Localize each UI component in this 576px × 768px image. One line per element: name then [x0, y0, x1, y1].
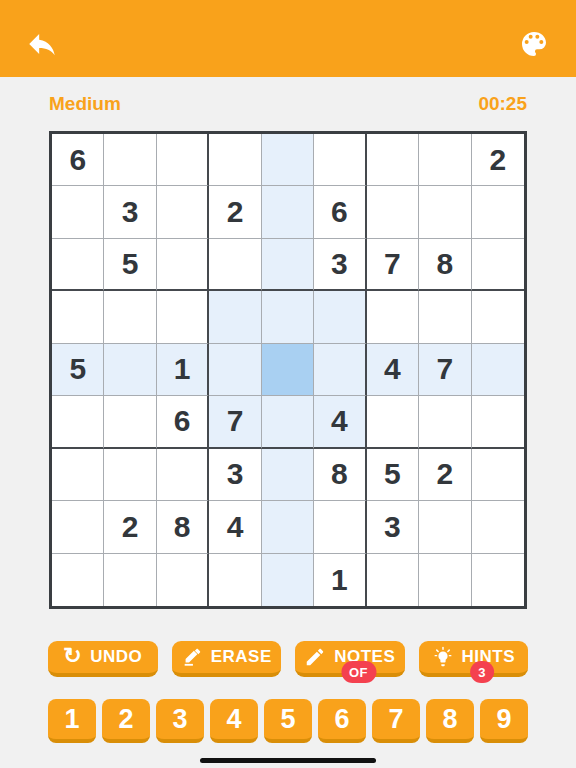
digit-button-8[interactable]: 8	[426, 699, 474, 743]
digit-button-9[interactable]: 9	[480, 699, 528, 743]
cell-r5c3[interactable]: 1	[157, 344, 209, 396]
cell-r5c6[interactable]	[314, 344, 366, 396]
notes-badge: OF	[341, 661, 376, 683]
cell-r5c9[interactable]	[472, 344, 524, 396]
cell-r6c9[interactable]	[472, 396, 524, 448]
erase-icon	[181, 646, 203, 668]
cell-r6c5[interactable]	[262, 396, 314, 448]
cell-r2c6[interactable]: 6	[314, 186, 366, 238]
cell-r7c9[interactable]	[472, 449, 524, 501]
cell-r9c6[interactable]: 1	[314, 554, 366, 606]
cell-r1c3[interactable]	[157, 134, 209, 186]
theme-button[interactable]	[514, 24, 554, 64]
cell-r9c3[interactable]	[157, 554, 209, 606]
cell-r8c3[interactable]: 8	[157, 501, 209, 553]
cell-r3c4[interactable]	[209, 239, 261, 291]
app-header	[0, 0, 576, 77]
sudoku-board: 6232653785147674385228431	[49, 131, 527, 609]
cell-r1c4[interactable]	[209, 134, 261, 186]
cell-r4c2[interactable]	[104, 291, 156, 343]
cell-r7c5[interactable]	[262, 449, 314, 501]
digit-button-2[interactable]: 2	[102, 699, 150, 743]
back-button[interactable]	[22, 24, 62, 64]
cell-r6c3[interactable]: 6	[157, 396, 209, 448]
cell-r9c2[interactable]	[104, 554, 156, 606]
cell-r2c2[interactable]: 3	[104, 186, 156, 238]
erase-label: ERASE	[211, 647, 272, 667]
undo-label: UNDO	[90, 647, 142, 667]
cell-r8c6[interactable]	[314, 501, 366, 553]
cell-r2c1[interactable]	[52, 186, 104, 238]
pencil-icon	[304, 646, 326, 668]
erase-button[interactable]: ERASE	[172, 641, 282, 677]
cell-r5c2[interactable]	[104, 344, 156, 396]
cell-r8c4[interactable]: 4	[209, 501, 261, 553]
digit-button-3[interactable]: 3	[156, 699, 204, 743]
cell-r1c2[interactable]	[104, 134, 156, 186]
cell-r1c5[interactable]	[262, 134, 314, 186]
number-pad: 1 2 3 4 5 6 7 8 9	[48, 699, 528, 743]
cell-r7c1[interactable]	[52, 449, 104, 501]
cell-r9c7[interactable]	[367, 554, 419, 606]
cell-r3c6[interactable]: 3	[314, 239, 366, 291]
cell-r2c7[interactable]	[367, 186, 419, 238]
toolbar: ↻ UNDO ERASE NOTES OF	[48, 641, 528, 677]
cell-r9c5[interactable]	[262, 554, 314, 606]
cell-r3c9[interactable]	[472, 239, 524, 291]
cell-r5c7[interactable]: 4	[367, 344, 419, 396]
notes-button[interactable]: NOTES OF	[295, 641, 405, 677]
cell-r8c7[interactable]: 3	[367, 501, 419, 553]
cell-r3c3[interactable]	[157, 239, 209, 291]
cell-r8c1[interactable]	[52, 501, 104, 553]
cell-r4c9[interactable]	[472, 291, 524, 343]
cell-r5c4[interactable]	[209, 344, 261, 396]
cell-r9c1[interactable]	[52, 554, 104, 606]
cell-r4c1[interactable]	[52, 291, 104, 343]
digit-button-6[interactable]: 6	[318, 699, 366, 743]
cell-r9c8[interactable]	[419, 554, 471, 606]
cell-r1c1[interactable]: 6	[52, 134, 104, 186]
cell-r1c6[interactable]	[314, 134, 366, 186]
bulb-icon	[432, 646, 454, 668]
home-indicator[interactable]	[200, 758, 376, 763]
cell-r5c8[interactable]: 7	[419, 344, 471, 396]
hints-badge: 3	[470, 661, 494, 683]
difficulty-label: Medium	[49, 93, 121, 115]
cell-r3c5[interactable]	[262, 239, 314, 291]
cell-r4c5[interactable]	[262, 291, 314, 343]
cell-r9c9[interactable]	[472, 554, 524, 606]
cell-r8c5[interactable]	[262, 501, 314, 553]
cell-r4c8[interactable]	[419, 291, 471, 343]
cell-r1c9[interactable]: 2	[472, 134, 524, 186]
undo-icon: ↻	[63, 645, 82, 667]
timer: 00:25	[478, 93, 527, 115]
cell-r2c8[interactable]	[419, 186, 471, 238]
digit-button-1[interactable]: 1	[48, 699, 96, 743]
cell-r3c2[interactable]: 5	[104, 239, 156, 291]
cell-r6c1[interactable]	[52, 396, 104, 448]
cell-r7c8[interactable]: 2	[419, 449, 471, 501]
cell-r1c8[interactable]	[419, 134, 471, 186]
cell-r5c5[interactable]	[262, 344, 314, 396]
cell-r6c2[interactable]	[104, 396, 156, 448]
digit-button-7[interactable]: 7	[372, 699, 420, 743]
cell-r9c4[interactable]	[209, 554, 261, 606]
cell-r7c7[interactable]: 5	[367, 449, 419, 501]
undo-button[interactable]: ↻ UNDO	[48, 641, 158, 677]
cell-r4c3[interactable]	[157, 291, 209, 343]
cell-r8c9[interactable]	[472, 501, 524, 553]
digit-button-5[interactable]: 5	[264, 699, 312, 743]
cell-r6c6[interactable]: 4	[314, 396, 366, 448]
cell-r2c5[interactable]	[262, 186, 314, 238]
cell-r3c7[interactable]: 7	[367, 239, 419, 291]
cell-r8c8[interactable]	[419, 501, 471, 553]
cell-r2c4[interactable]: 2	[209, 186, 261, 238]
cell-r5c1[interactable]: 5	[52, 344, 104, 396]
cell-r8c2[interactable]: 2	[104, 501, 156, 553]
cell-r2c9[interactable]	[472, 186, 524, 238]
back-arrow-icon	[25, 27, 59, 61]
cell-r6c8[interactable]	[419, 396, 471, 448]
cell-r4c7[interactable]	[367, 291, 419, 343]
cell-r4c6[interactable]	[314, 291, 366, 343]
status-row: Medium 00:25	[0, 77, 576, 121]
cell-r7c4[interactable]: 3	[209, 449, 261, 501]
hints-button[interactable]: HINTS 3	[419, 641, 529, 677]
cell-r7c6[interactable]: 8	[314, 449, 366, 501]
cell-r7c2[interactable]	[104, 449, 156, 501]
cell-r6c4[interactable]: 7	[209, 396, 261, 448]
cell-r4c4[interactable]	[209, 291, 261, 343]
cell-r1c7[interactable]	[367, 134, 419, 186]
palette-icon	[518, 28, 550, 60]
cell-r3c1[interactable]	[52, 239, 104, 291]
digit-button-4[interactable]: 4	[210, 699, 258, 743]
cell-r6c7[interactable]	[367, 396, 419, 448]
cell-r7c3[interactable]	[157, 449, 209, 501]
cell-r2c3[interactable]	[157, 186, 209, 238]
cell-r3c8[interactable]: 8	[419, 239, 471, 291]
